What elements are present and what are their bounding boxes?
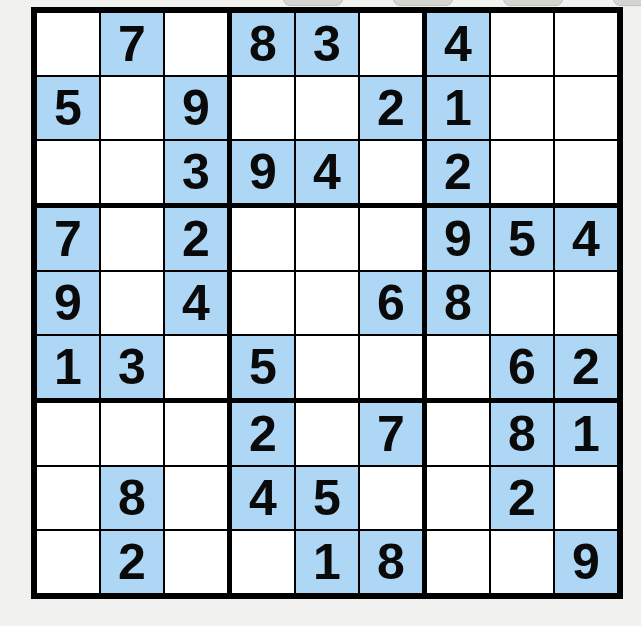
given-digit: 9 <box>54 278 82 328</box>
cell-r3c1[interactable] <box>37 141 101 208</box>
given-digit: 2 <box>182 214 210 264</box>
given-digit: 8 <box>118 473 146 523</box>
cell-r2c5[interactable] <box>296 77 360 141</box>
cell-r8c4[interactable]: 4 <box>232 467 296 531</box>
cell-r6c3[interactable] <box>165 336 232 403</box>
given-digit: 9 <box>249 147 277 197</box>
cell-r8c5[interactable]: 5 <box>296 467 360 531</box>
cell-r5c1[interactable]: 9 <box>37 272 101 336</box>
cell-r9c2[interactable]: 2 <box>101 531 165 593</box>
cell-r6c5[interactable] <box>296 336 360 403</box>
cell-r4c9[interactable]: 4 <box>555 208 617 272</box>
given-digit: 1 <box>572 409 600 459</box>
cell-r9c9[interactable]: 9 <box>555 531 617 593</box>
cell-r7c9[interactable]: 1 <box>555 403 617 467</box>
cell-r6c1[interactable]: 1 <box>37 336 101 403</box>
cell-r2c2[interactable] <box>101 77 165 141</box>
cell-r3c4[interactable]: 9 <box>232 141 296 208</box>
given-digit: 2 <box>249 409 277 459</box>
cell-r3c3[interactable]: 3 <box>165 141 232 208</box>
cell-r4c2[interactable] <box>101 208 165 272</box>
cell-r4c3[interactable]: 2 <box>165 208 232 272</box>
cell-r1c4[interactable]: 8 <box>232 13 296 77</box>
given-digit: 7 <box>377 409 405 459</box>
cell-r2c8[interactable] <box>491 77 555 141</box>
cell-r5c5[interactable] <box>296 272 360 336</box>
cell-r3c2[interactable] <box>101 141 165 208</box>
cell-r4c8[interactable]: 5 <box>491 208 555 272</box>
given-digit: 5 <box>313 473 341 523</box>
cell-r8c3[interactable] <box>165 467 232 531</box>
given-digit: 4 <box>444 19 472 69</box>
cell-r7c5[interactable] <box>296 403 360 467</box>
given-digit: 2 <box>508 473 536 523</box>
cell-r2c9[interactable] <box>555 77 617 141</box>
given-digit: 7 <box>118 19 146 69</box>
given-digit: 6 <box>377 278 405 328</box>
cell-r2c7[interactable]: 1 <box>427 77 491 141</box>
cell-r1c3[interactable] <box>165 13 232 77</box>
cell-r8c2[interactable]: 8 <box>101 467 165 531</box>
cell-r9c5[interactable]: 1 <box>296 531 360 593</box>
cell-r8c6[interactable] <box>360 467 427 531</box>
given-digit: 8 <box>377 537 405 587</box>
top-button-1[interactable] <box>283 0 343 6</box>
cell-r7c6[interactable]: 7 <box>360 403 427 467</box>
given-digit: 5 <box>508 214 536 264</box>
cell-r6c7[interactable] <box>427 336 491 403</box>
cell-r8c9[interactable] <box>555 467 617 531</box>
cell-r1c1[interactable] <box>37 13 101 77</box>
cell-r4c6[interactable] <box>360 208 427 272</box>
cell-r5c2[interactable] <box>101 272 165 336</box>
cell-r7c8[interactable]: 8 <box>491 403 555 467</box>
cell-r7c2[interactable] <box>101 403 165 467</box>
cell-r5c3[interactable]: 4 <box>165 272 232 336</box>
cell-r6c4[interactable]: 5 <box>232 336 296 403</box>
cell-r4c1[interactable]: 7 <box>37 208 101 272</box>
cell-r2c1[interactable]: 5 <box>37 77 101 141</box>
cell-r2c6[interactable]: 2 <box>360 77 427 141</box>
cell-r9c7[interactable] <box>427 531 491 593</box>
given-digit: 5 <box>249 342 277 392</box>
given-digit: 6 <box>508 342 536 392</box>
cell-r1c9[interactable] <box>555 13 617 77</box>
cell-r3c5[interactable]: 4 <box>296 141 360 208</box>
given-digit: 4 <box>249 473 277 523</box>
cell-r6c2[interactable]: 3 <box>101 336 165 403</box>
cell-r9c8[interactable] <box>491 531 555 593</box>
given-digit: 8 <box>444 278 472 328</box>
cell-r4c4[interactable] <box>232 208 296 272</box>
cell-r3c8[interactable] <box>491 141 555 208</box>
given-digit: 3 <box>118 342 146 392</box>
cell-r6c8[interactable]: 6 <box>491 336 555 403</box>
given-digit: 4 <box>182 278 210 328</box>
cell-r1c8[interactable] <box>491 13 555 77</box>
top-button-3[interactable] <box>503 0 563 6</box>
cell-r1c7[interactable]: 4 <box>427 13 491 77</box>
given-digit: 9 <box>182 83 210 133</box>
cell-r5c7[interactable]: 8 <box>427 272 491 336</box>
cell-r1c6[interactable] <box>360 13 427 77</box>
cell-r3c9[interactable] <box>555 141 617 208</box>
given-digit: 9 <box>572 537 600 587</box>
given-digit: 7 <box>54 214 82 264</box>
cell-r9c3[interactable] <box>165 531 232 593</box>
sudoku-board: 78345921394272954946813562278184522189 <box>31 7 623 599</box>
cell-r3c7[interactable]: 2 <box>427 141 491 208</box>
cell-r8c7[interactable] <box>427 467 491 531</box>
given-digit: 1 <box>54 342 82 392</box>
cell-r7c3[interactable] <box>165 403 232 467</box>
cell-r2c4[interactable] <box>232 77 296 141</box>
cell-r1c5[interactable]: 3 <box>296 13 360 77</box>
given-digit: 2 <box>118 537 146 587</box>
cell-r6c6[interactable] <box>360 336 427 403</box>
top-button-2[interactable] <box>393 0 453 6</box>
cell-r5c4[interactable] <box>232 272 296 336</box>
given-digit: 2 <box>377 83 405 133</box>
cell-r4c7[interactable]: 9 <box>427 208 491 272</box>
cell-r1c2[interactable]: 7 <box>101 13 165 77</box>
cell-r9c4[interactable] <box>232 531 296 593</box>
cell-r9c1[interactable] <box>37 531 101 593</box>
cell-r8c8[interactable]: 2 <box>491 467 555 531</box>
given-digit: 3 <box>182 147 210 197</box>
given-digit: 4 <box>572 214 600 264</box>
top-button-4[interactable] <box>613 0 641 6</box>
cell-r5c9[interactable] <box>555 272 617 336</box>
given-digit: 3 <box>313 19 341 69</box>
cell-r5c8[interactable] <box>491 272 555 336</box>
cell-r6c9[interactable]: 2 <box>555 336 617 403</box>
cell-r7c7[interactable] <box>427 403 491 467</box>
cell-r2c3[interactable]: 9 <box>165 77 232 141</box>
given-digit: 1 <box>444 83 472 133</box>
cell-r9c6[interactable]: 8 <box>360 531 427 593</box>
given-digit: 4 <box>313 147 341 197</box>
cell-r7c4[interactable]: 2 <box>232 403 296 467</box>
given-digit: 5 <box>54 83 82 133</box>
given-digit: 9 <box>444 214 472 264</box>
cell-r7c1[interactable] <box>37 403 101 467</box>
given-digit: 8 <box>249 19 277 69</box>
cell-r3c6[interactable] <box>360 141 427 208</box>
given-digit: 2 <box>444 147 472 197</box>
given-digit: 1 <box>313 537 341 587</box>
given-digit: 2 <box>572 342 600 392</box>
cell-r5c6[interactable]: 6 <box>360 272 427 336</box>
given-digit: 8 <box>508 409 536 459</box>
cell-r8c1[interactable] <box>37 467 101 531</box>
cell-r4c5[interactable] <box>296 208 360 272</box>
